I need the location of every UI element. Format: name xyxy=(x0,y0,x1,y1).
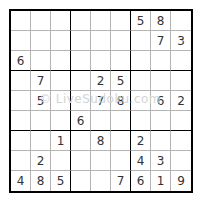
sudoku-cell-empty-r5c1[interactable] xyxy=(11,91,31,111)
sudoku-cell-empty-r2c1[interactable] xyxy=(11,31,31,51)
sudoku-cell-empty-r3c4[interactable] xyxy=(71,51,91,71)
sudoku-cell-empty-r4c1[interactable] xyxy=(11,71,31,91)
sudoku-cell-empty-r8c3[interactable] xyxy=(51,151,71,171)
sudoku-cell-empty-r2c3[interactable] xyxy=(51,31,71,51)
sudoku-cell-empty-r4c9[interactable] xyxy=(171,71,191,91)
sudoku-cell-empty-r5c4[interactable] xyxy=(71,91,91,111)
sudoku-cell-given-r9c3: 5 xyxy=(51,171,71,191)
sudoku-cell-empty-r9c4[interactable] xyxy=(71,171,91,191)
sudoku-cell-empty-r2c6[interactable] xyxy=(111,31,131,51)
sudoku-cell-empty-r3c5[interactable] xyxy=(91,51,111,71)
sudoku-page: 587367255786261822434857619 © LiveSudoku… xyxy=(0,0,200,200)
sudoku-cell-given-r8c8: 3 xyxy=(151,151,171,171)
sudoku-cell-given-r7c5: 8 xyxy=(91,131,111,151)
sudoku-cell-given-r1c7: 5 xyxy=(131,11,151,31)
sudoku-cell-empty-r8c1[interactable] xyxy=(11,151,31,171)
sudoku-cell-empty-r8c6[interactable] xyxy=(111,151,131,171)
sudoku-cell-given-r9c6: 7 xyxy=(111,171,131,191)
sudoku-cell-given-r9c7: 6 xyxy=(131,171,151,191)
sudoku-cell-empty-r1c3[interactable] xyxy=(51,11,71,31)
sudoku-cell-empty-r6c7[interactable] xyxy=(131,111,151,131)
sudoku-cell-empty-r6c3[interactable] xyxy=(51,111,71,131)
sudoku-cell-empty-r4c3[interactable] xyxy=(51,71,71,91)
sudoku-cell-empty-r1c2[interactable] xyxy=(31,11,51,31)
sudoku-cell-empty-r6c5[interactable] xyxy=(91,111,111,131)
sudoku-cell-given-r5c8: 6 xyxy=(151,91,171,111)
sudoku-cell-empty-r1c5[interactable] xyxy=(91,11,111,31)
sudoku-cell-given-r8c2: 2 xyxy=(31,151,51,171)
sudoku-cell-empty-r6c9[interactable] xyxy=(171,111,191,131)
sudoku-cell-given-r8c7: 4 xyxy=(131,151,151,171)
sudoku-cell-empty-r8c9[interactable] xyxy=(171,151,191,171)
sudoku-cell-empty-r6c8[interactable] xyxy=(151,111,171,131)
sudoku-cell-empty-r2c4[interactable] xyxy=(71,31,91,51)
sudoku-cell-empty-r7c9[interactable] xyxy=(171,131,191,151)
sudoku-cell-empty-r7c6[interactable] xyxy=(111,131,131,151)
sudoku-cell-empty-r2c5[interactable] xyxy=(91,31,111,51)
sudoku-cell-empty-r7c4[interactable] xyxy=(71,131,91,151)
sudoku-cell-empty-r8c4[interactable] xyxy=(71,151,91,171)
sudoku-cell-empty-r8c5[interactable] xyxy=(91,151,111,171)
sudoku-cell-given-r7c3: 1 xyxy=(51,131,71,151)
sudoku-cell-empty-r9c5[interactable] xyxy=(91,171,111,191)
sudoku-cell-empty-r4c4[interactable] xyxy=(71,71,91,91)
sudoku-cell-given-r6c4: 6 xyxy=(71,111,91,131)
sudoku-cell-empty-r7c2[interactable] xyxy=(31,131,51,151)
sudoku-cell-empty-r5c7[interactable] xyxy=(131,91,151,111)
sudoku-cell-empty-r3c8[interactable] xyxy=(151,51,171,71)
sudoku-cell-empty-r3c6[interactable] xyxy=(111,51,131,71)
sudoku-cell-empty-r4c8[interactable] xyxy=(151,71,171,91)
sudoku-cell-given-r2c9: 3 xyxy=(171,31,191,51)
sudoku-cell-given-r9c8: 1 xyxy=(151,171,171,191)
sudoku-cell-given-r9c9: 9 xyxy=(171,171,191,191)
sudoku-cell-empty-r1c4[interactable] xyxy=(71,11,91,31)
sudoku-cell-empty-r4c7[interactable] xyxy=(131,71,151,91)
sudoku-cell-empty-r2c2[interactable] xyxy=(31,31,51,51)
sudoku-board: 587367255786261822434857619 xyxy=(9,9,193,193)
sudoku-cell-given-r9c2: 8 xyxy=(31,171,51,191)
sudoku-cell-given-r4c5: 2 xyxy=(91,71,111,91)
sudoku-cell-empty-r2c7[interactable] xyxy=(131,31,151,51)
sudoku-cell-empty-r7c1[interactable] xyxy=(11,131,31,151)
sudoku-cell-empty-r7c8[interactable] xyxy=(151,131,171,151)
sudoku-cell-given-r4c6: 5 xyxy=(111,71,131,91)
sudoku-cell-empty-r6c6[interactable] xyxy=(111,111,131,131)
sudoku-cell-empty-r3c3[interactable] xyxy=(51,51,71,71)
sudoku-cell-given-r7c7: 2 xyxy=(131,131,151,151)
sudoku-cell-empty-r1c9[interactable] xyxy=(171,11,191,31)
sudoku-cell-empty-r6c1[interactable] xyxy=(11,111,31,131)
sudoku-cell-given-r5c2: 5 xyxy=(31,91,51,111)
sudoku-cell-given-r3c1: 6 xyxy=(11,51,31,71)
sudoku-cell-empty-r5c3[interactable] xyxy=(51,91,71,111)
sudoku-cell-given-r5c5: 7 xyxy=(91,91,111,111)
sudoku-cell-empty-r1c1[interactable] xyxy=(11,11,31,31)
sudoku-cell-given-r9c1: 4 xyxy=(11,171,31,191)
sudoku-cell-given-r5c9: 2 xyxy=(171,91,191,111)
sudoku-cell-empty-r3c9[interactable] xyxy=(171,51,191,71)
sudoku-cell-given-r1c8: 8 xyxy=(151,11,171,31)
sudoku-cell-given-r5c6: 8 xyxy=(111,91,131,111)
sudoku-cell-empty-r6c2[interactable] xyxy=(31,111,51,131)
sudoku-cell-empty-r1c6[interactable] xyxy=(111,11,131,31)
sudoku-cell-given-r4c2: 7 xyxy=(31,71,51,91)
sudoku-cell-empty-r3c2[interactable] xyxy=(31,51,51,71)
sudoku-cell-given-r2c8: 7 xyxy=(151,31,171,51)
sudoku-cell-empty-r3c7[interactable] xyxy=(131,51,151,71)
